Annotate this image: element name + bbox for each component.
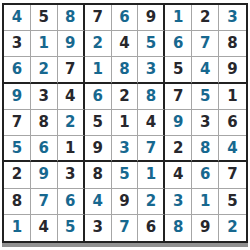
cell-r7c4[interactable]: 8 — [85, 162, 112, 188]
cell-r8c5[interactable]: 9 — [112, 189, 139, 215]
cell-r4c5[interactable]: 2 — [112, 84, 139, 110]
cell-r5c1[interactable]: 7 — [4, 110, 31, 136]
cell-r1c2[interactable]: 5 — [31, 5, 58, 31]
cell-r9c4[interactable]: 3 — [85, 215, 112, 241]
cell-r1c7[interactable]: 1 — [165, 5, 192, 31]
cell-r1c5[interactable]: 6 — [112, 5, 139, 31]
cell-r2c3[interactable]: 9 — [58, 31, 85, 57]
cell-r9c1[interactable]: 1 — [4, 215, 31, 241]
cell-r3c2[interactable]: 2 — [31, 57, 58, 83]
cell-r3c3[interactable]: 7 — [58, 57, 85, 83]
cell-r8c8[interactable]: 1 — [192, 189, 219, 215]
cell-r6c9[interactable]: 4 — [219, 136, 246, 162]
cell-r9c8[interactable]: 9 — [192, 215, 219, 241]
cell-r7c2[interactable]: 9 — [31, 162, 58, 188]
cell-r5c7[interactable]: 9 — [165, 110, 192, 136]
cell-r3c4[interactable]: 1 — [85, 57, 112, 83]
cell-r2c5[interactable]: 4 — [112, 31, 139, 57]
cell-r7c1[interactable]: 2 — [4, 162, 31, 188]
cell-r7c3[interactable]: 3 — [58, 162, 85, 188]
cell-r1c8[interactable]: 2 — [192, 5, 219, 31]
cell-r6c3[interactable]: 1 — [58, 136, 85, 162]
cell-r4c6[interactable]: 8 — [138, 84, 165, 110]
cell-r7c7[interactable]: 4 — [165, 162, 192, 188]
cell-r8c3[interactable]: 6 — [58, 189, 85, 215]
cell-r3c8[interactable]: 4 — [192, 57, 219, 83]
cell-r3c7[interactable]: 5 — [165, 57, 192, 83]
cell-r8c6[interactable]: 2 — [138, 189, 165, 215]
cell-r9c5[interactable]: 7 — [112, 215, 139, 241]
cell-r8c7[interactable]: 3 — [165, 189, 192, 215]
cell-r4c7[interactable]: 7 — [165, 84, 192, 110]
cell-r8c9[interactable]: 5 — [219, 189, 246, 215]
cell-r5c2[interactable]: 8 — [31, 110, 58, 136]
cell-r8c1[interactable]: 8 — [4, 189, 31, 215]
cell-r6c1[interactable]: 5 — [4, 136, 31, 162]
cell-r6c8[interactable]: 8 — [192, 136, 219, 162]
cell-r2c1[interactable]: 3 — [4, 31, 31, 57]
cell-r5c5[interactable]: 1 — [112, 110, 139, 136]
cell-r5c4[interactable]: 5 — [85, 110, 112, 136]
cell-r3c9[interactable]: 9 — [219, 57, 246, 83]
cell-r7c5[interactable]: 5 — [112, 162, 139, 188]
cell-r2c4[interactable]: 2 — [85, 31, 112, 57]
cell-r6c4[interactable]: 9 — [85, 136, 112, 162]
cell-r2c9[interactable]: 8 — [219, 31, 246, 57]
cell-r2c2[interactable]: 1 — [31, 31, 58, 57]
cell-r9c6[interactable]: 6 — [138, 215, 165, 241]
cell-r5c8[interactable]: 3 — [192, 110, 219, 136]
cell-r7c6[interactable]: 1 — [138, 162, 165, 188]
cell-r8c4[interactable]: 4 — [85, 189, 112, 215]
cell-r8c2[interactable]: 7 — [31, 189, 58, 215]
cell-r5c6[interactable]: 4 — [138, 110, 165, 136]
cell-r3c1[interactable]: 6 — [4, 57, 31, 83]
cell-r4c2[interactable]: 3 — [31, 84, 58, 110]
sudoku-board: 4587691233192456786271835499346287517825… — [2, 3, 248, 243]
cell-r3c5[interactable]: 8 — [112, 57, 139, 83]
cell-r7c8[interactable]: 6 — [192, 162, 219, 188]
cell-r1c6[interactable]: 9 — [138, 5, 165, 31]
cell-r1c1[interactable]: 4 — [4, 5, 31, 31]
cell-r2c8[interactable]: 7 — [192, 31, 219, 57]
cell-r1c4[interactable]: 7 — [85, 5, 112, 31]
cell-r7c9[interactable]: 7 — [219, 162, 246, 188]
cell-r4c3[interactable]: 4 — [58, 84, 85, 110]
cell-r2c7[interactable]: 6 — [165, 31, 192, 57]
cell-r6c7[interactable]: 2 — [165, 136, 192, 162]
cell-r1c9[interactable]: 3 — [219, 5, 246, 31]
cell-r4c4[interactable]: 6 — [85, 84, 112, 110]
cell-r6c6[interactable]: 7 — [138, 136, 165, 162]
cell-r4c1[interactable]: 9 — [4, 84, 31, 110]
cell-r4c9[interactable]: 1 — [219, 84, 246, 110]
cell-r1c3[interactable]: 8 — [58, 5, 85, 31]
cell-r5c3[interactable]: 2 — [58, 110, 85, 136]
cell-r2c6[interactable]: 5 — [138, 31, 165, 57]
cell-r9c3[interactable]: 5 — [58, 215, 85, 241]
cell-r5c9[interactable]: 6 — [219, 110, 246, 136]
cell-r6c2[interactable]: 6 — [31, 136, 58, 162]
cell-r6c5[interactable]: 3 — [112, 136, 139, 162]
cell-r9c9[interactable]: 2 — [219, 215, 246, 241]
cell-r9c7[interactable]: 8 — [165, 215, 192, 241]
cell-r9c2[interactable]: 4 — [31, 215, 58, 241]
cell-r3c6[interactable]: 3 — [138, 57, 165, 83]
cell-r4c8[interactable]: 5 — [192, 84, 219, 110]
